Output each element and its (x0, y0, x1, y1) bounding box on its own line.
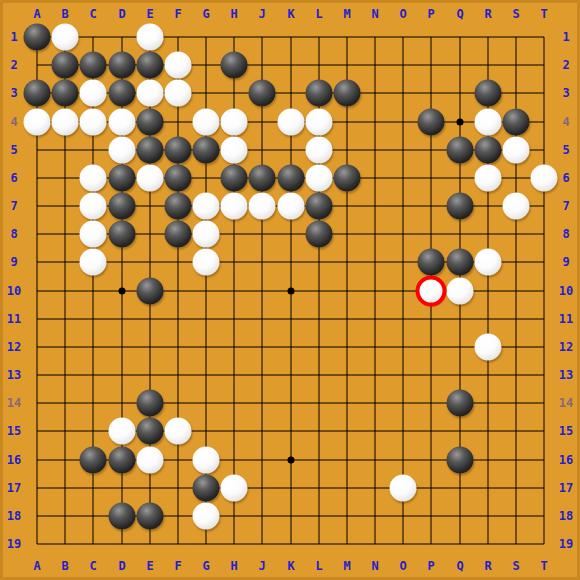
white-stone-C6 (80, 165, 107, 192)
col-label-bottom-O: O (399, 559, 406, 573)
col-label-bottom-B: B (61, 559, 68, 573)
white-stone-A4 (24, 109, 51, 136)
white-stone-C3 (80, 80, 107, 107)
col-label-top-G: G (202, 7, 209, 21)
white-stone-G7 (193, 193, 220, 220)
black-stone-Q7 (447, 193, 474, 220)
white-stone-E16 (137, 447, 164, 474)
white-stone-D15 (109, 418, 136, 445)
col-label-top-H: H (230, 7, 237, 21)
white-stone-Q10 (447, 278, 474, 305)
white-stone-C9 (80, 249, 107, 276)
black-stone-E15 (137, 418, 164, 445)
white-stone-G16 (193, 447, 220, 474)
col-label-top-L: L (315, 7, 322, 21)
black-stone-L8 (306, 221, 333, 248)
col-label-bottom-L: L (315, 559, 322, 573)
white-stone-C4 (80, 109, 107, 136)
row-label-right-13: 13 (559, 368, 573, 382)
white-stone-R4 (475, 109, 502, 136)
row-label-left-6: 6 (10, 171, 17, 185)
black-stone-F5 (165, 137, 192, 164)
black-stone-Q5 (447, 137, 474, 164)
black-stone-D16 (109, 447, 136, 474)
white-stone-D4 (109, 109, 136, 136)
row-label-left-4: 4 (10, 115, 17, 129)
black-stone-J6 (249, 165, 276, 192)
black-stone-E14 (137, 390, 164, 417)
col-label-top-D: D (118, 7, 125, 21)
col-label-top-Q: Q (456, 7, 463, 21)
black-stone-D18 (109, 503, 136, 530)
row-label-left-19: 19 (7, 537, 21, 551)
black-stone-L3 (306, 80, 333, 107)
black-stone-G5 (193, 137, 220, 164)
black-stone-D7 (109, 193, 136, 220)
white-stone-F3 (165, 80, 192, 107)
col-label-bottom-H: H (230, 559, 237, 573)
black-stone-F7 (165, 193, 192, 220)
black-stone-C16 (80, 447, 107, 474)
col-label-top-N: N (371, 7, 378, 21)
white-stone-C7 (80, 193, 107, 220)
white-stone-G9 (193, 249, 220, 276)
white-stone-P10 (418, 278, 445, 305)
white-stone-K4 (278, 109, 305, 136)
black-stone-M3 (334, 80, 361, 107)
black-stone-B3 (52, 80, 79, 107)
row-label-right-6: 6 (562, 171, 569, 185)
row-label-right-14: 14 (559, 396, 573, 410)
white-stone-G4 (193, 109, 220, 136)
star-point-K16 (288, 457, 295, 464)
col-label-bottom-C: C (89, 559, 96, 573)
white-stone-L5 (306, 137, 333, 164)
row-label-left-10: 10 (7, 284, 21, 298)
col-label-top-K: K (287, 7, 294, 21)
row-label-left-3: 3 (10, 86, 17, 100)
col-label-top-E: E (146, 7, 153, 21)
col-label-top-A: A (33, 7, 40, 21)
white-stone-R9 (475, 249, 502, 276)
black-stone-C2 (80, 52, 107, 79)
black-stone-D6 (109, 165, 136, 192)
col-label-bottom-S: S (512, 559, 519, 573)
col-label-top-T: T (540, 7, 547, 21)
row-label-right-15: 15 (559, 424, 573, 438)
row-label-right-1: 1 (562, 30, 569, 44)
white-stone-O17 (390, 475, 417, 502)
row-label-left-14: 14 (7, 396, 21, 410)
col-label-bottom-F: F (174, 559, 181, 573)
col-label-bottom-J: J (258, 559, 265, 573)
white-stone-S5 (503, 137, 530, 164)
white-stone-K7 (278, 193, 305, 220)
row-label-right-10: 10 (559, 284, 573, 298)
row-label-right-7: 7 (562, 199, 569, 213)
black-stone-R5 (475, 137, 502, 164)
row-label-right-5: 5 (562, 143, 569, 157)
white-stone-D5 (109, 137, 136, 164)
white-stone-J7 (249, 193, 276, 220)
row-label-right-11: 11 (559, 312, 573, 326)
white-stone-E1 (137, 24, 164, 51)
row-label-right-19: 19 (559, 537, 573, 551)
black-stone-R3 (475, 80, 502, 107)
col-label-top-P: P (427, 7, 434, 21)
black-stone-Q14 (447, 390, 474, 417)
col-label-bottom-P: P (427, 559, 434, 573)
row-label-left-8: 8 (10, 227, 17, 241)
white-stone-E3 (137, 80, 164, 107)
white-stone-H4 (221, 109, 248, 136)
row-label-left-17: 17 (7, 481, 21, 495)
go-board[interactable]: AABBCCDDEEFFGGHHJJKKLLMMNNOOPPQQRRSSTT11… (0, 0, 580, 580)
col-label-bottom-K: K (287, 559, 294, 573)
row-label-left-18: 18 (7, 509, 21, 523)
white-stone-C8 (80, 221, 107, 248)
black-stone-L7 (306, 193, 333, 220)
row-label-right-3: 3 (562, 86, 569, 100)
row-label-left-9: 9 (10, 255, 17, 269)
white-stone-T6 (531, 165, 558, 192)
col-label-top-J: J (258, 7, 265, 21)
black-stone-D2 (109, 52, 136, 79)
col-label-top-C: C (89, 7, 96, 21)
black-stone-P9 (418, 249, 445, 276)
row-label-right-12: 12 (559, 340, 573, 354)
black-stone-J3 (249, 80, 276, 107)
col-label-top-F: F (174, 7, 181, 21)
black-stone-F8 (165, 221, 192, 248)
row-label-left-1: 1 (10, 30, 17, 44)
col-label-top-O: O (399, 7, 406, 21)
white-stone-S7 (503, 193, 530, 220)
row-label-left-13: 13 (7, 368, 21, 382)
row-label-right-9: 9 (562, 255, 569, 269)
black-stone-D8 (109, 221, 136, 248)
black-stone-Q16 (447, 447, 474, 474)
white-stone-F15 (165, 418, 192, 445)
black-stone-E10 (137, 278, 164, 305)
black-stone-B2 (52, 52, 79, 79)
col-label-bottom-E: E (146, 559, 153, 573)
black-stone-H6 (221, 165, 248, 192)
white-stone-G8 (193, 221, 220, 248)
row-label-left-7: 7 (10, 199, 17, 213)
col-label-top-R: R (484, 7, 491, 21)
row-label-left-2: 2 (10, 58, 17, 72)
row-label-right-17: 17 (559, 481, 573, 495)
white-stone-H7 (221, 193, 248, 220)
white-stone-R6 (475, 165, 502, 192)
col-label-bottom-M: M (343, 559, 350, 573)
col-label-bottom-Q: Q (456, 559, 463, 573)
star-point-Q4 (457, 119, 464, 126)
black-stone-P4 (418, 109, 445, 136)
row-label-left-11: 11 (7, 312, 21, 326)
row-label-right-16: 16 (559, 453, 573, 467)
star-point-D10 (119, 288, 126, 295)
row-label-right-8: 8 (562, 227, 569, 241)
star-point-K10 (288, 288, 295, 295)
col-label-bottom-D: D (118, 559, 125, 573)
black-stone-M6 (334, 165, 361, 192)
white-stone-H5 (221, 137, 248, 164)
black-stone-G17 (193, 475, 220, 502)
white-stone-L4 (306, 109, 333, 136)
black-stone-F6 (165, 165, 192, 192)
row-label-right-2: 2 (562, 58, 569, 72)
white-stone-R12 (475, 334, 502, 361)
col-label-top-S: S (512, 7, 519, 21)
white-stone-E6 (137, 165, 164, 192)
col-label-top-M: M (343, 7, 350, 21)
black-stone-E18 (137, 503, 164, 530)
black-stone-S4 (503, 109, 530, 136)
col-label-bottom-N: N (371, 559, 378, 573)
white-stone-H17 (221, 475, 248, 502)
col-label-bottom-T: T (540, 559, 547, 573)
white-stone-F2 (165, 52, 192, 79)
col-label-bottom-A: A (33, 559, 40, 573)
black-stone-E4 (137, 109, 164, 136)
row-label-right-18: 18 (559, 509, 573, 523)
white-stone-G18 (193, 503, 220, 530)
black-stone-E5 (137, 137, 164, 164)
white-stone-L6 (306, 165, 333, 192)
row-label-left-16: 16 (7, 453, 21, 467)
white-stone-B1 (52, 24, 79, 51)
black-stone-Q9 (447, 249, 474, 276)
row-label-left-5: 5 (10, 143, 17, 157)
col-label-bottom-G: G (202, 559, 209, 573)
black-stone-A3 (24, 80, 51, 107)
row-label-left-15: 15 (7, 424, 21, 438)
col-label-top-B: B (61, 7, 68, 21)
row-label-right-4: 4 (562, 115, 569, 129)
black-stone-K6 (278, 165, 305, 192)
col-label-bottom-R: R (484, 559, 491, 573)
white-stone-B4 (52, 109, 79, 136)
black-stone-A1 (24, 24, 51, 51)
black-stone-E2 (137, 52, 164, 79)
row-label-left-12: 12 (7, 340, 21, 354)
black-stone-D3 (109, 80, 136, 107)
black-stone-H2 (221, 52, 248, 79)
